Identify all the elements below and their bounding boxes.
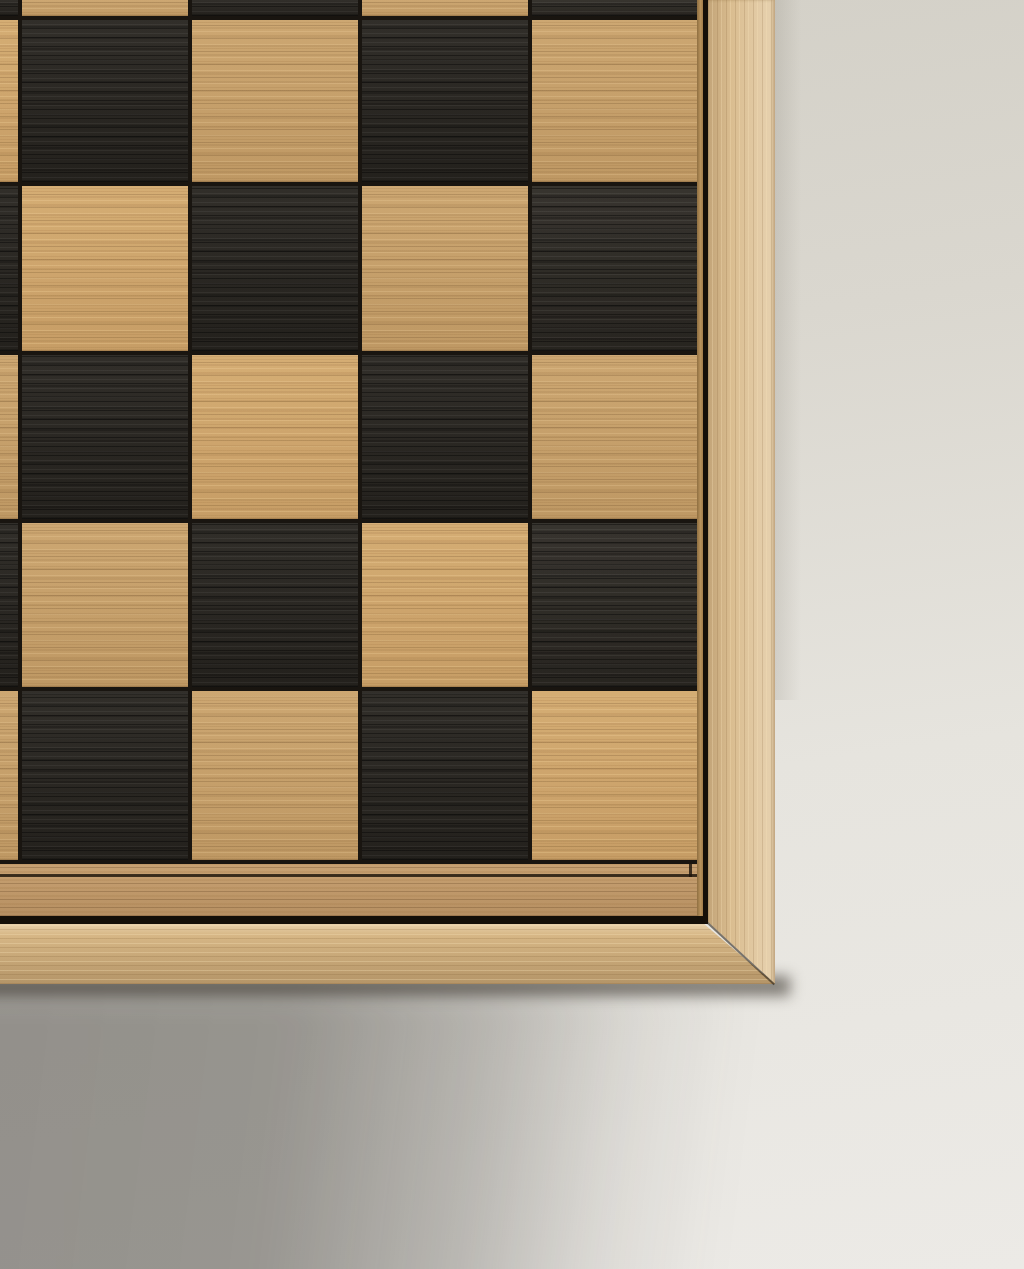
board-square [532,355,697,519]
board-square [362,20,528,182]
board-square [532,186,697,351]
board-square [0,0,18,16]
frame-rail-right [708,0,775,984]
chessboard [0,0,775,984]
board-square [192,186,358,351]
board-square [362,691,528,860]
inlay-border-strip [0,860,697,916]
board-square [532,523,697,687]
board-square [0,186,18,351]
board-square [362,523,528,687]
frame-gap-bottom [0,916,703,924]
board-square [22,0,188,16]
board-square [192,691,358,860]
board-square [532,0,697,16]
board-square [192,0,358,16]
frame-rail-bottom [0,924,775,984]
board-square [22,20,188,182]
board-square [0,355,18,519]
board-square [0,523,18,687]
board-square [532,20,697,182]
frame-gap-right [703,0,708,924]
board-square [192,20,358,182]
board-square [192,523,358,687]
board-square [532,691,697,860]
board-square [362,0,528,16]
board-square [22,355,188,519]
board-square [362,355,528,519]
board-square [0,20,18,182]
board-square [22,186,188,351]
board-square [22,691,188,860]
wall-shadow-right [775,0,801,700]
board-drop-shadow [0,978,860,1269]
board-square [192,355,358,519]
product-photo-scene [0,0,1024,1269]
board-square [362,186,528,351]
board-square [22,523,188,687]
checker-grid [0,0,697,860]
board-square [0,691,18,860]
